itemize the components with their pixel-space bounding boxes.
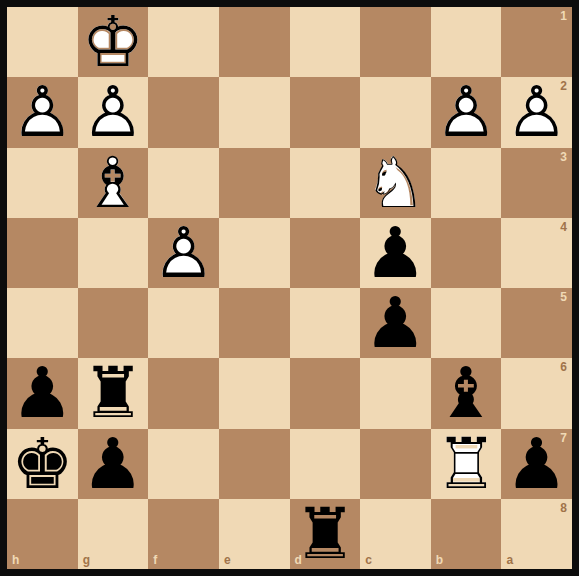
piece-black-pawn[interactable]: ♟ (360, 218, 431, 288)
square-g4[interactable] (78, 218, 149, 288)
square-c5[interactable]: ♟ (360, 288, 431, 358)
square-d3[interactable] (290, 148, 361, 218)
rank-label-1: 1 (560, 10, 567, 22)
square-h5[interactable] (7, 288, 78, 358)
square-b8[interactable]: b (431, 499, 502, 569)
white-pawn-icon: ♟ (78, 77, 149, 147)
square-h3[interactable] (7, 148, 78, 218)
square-a1[interactable]: 1 (501, 7, 572, 77)
square-b1[interactable] (431, 7, 502, 77)
piece-black-pawn[interactable]: ♟ (360, 288, 431, 358)
square-g2[interactable]: ♟♙ (78, 77, 149, 147)
square-a8[interactable]: a8 (501, 499, 572, 569)
square-f1[interactable] (148, 7, 219, 77)
piece-white-pawn[interactable]: ♟♙ (431, 77, 502, 147)
square-e5[interactable] (219, 288, 290, 358)
square-h1[interactable] (7, 7, 78, 77)
square-a4[interactable]: 4 (501, 218, 572, 288)
square-c1[interactable] (360, 7, 431, 77)
square-b5[interactable] (431, 288, 502, 358)
white-bishop-outline-icon: ♗ (78, 148, 149, 218)
rank-label-8: 8 (560, 502, 567, 514)
white-pawn-outline-icon: ♙ (148, 218, 219, 288)
file-label-a: a (506, 554, 513, 566)
square-h7[interactable]: ♚ (7, 429, 78, 499)
chess-board: ♚♔1♟♙♟♙♟♙2♟♙♝♗♞♘3♟♙♟4♟5♟♜♝6♚♟♜♖7♟hgfed♜c… (7, 7, 572, 569)
square-d6[interactable] (290, 358, 361, 428)
square-f3[interactable] (148, 148, 219, 218)
square-e1[interactable] (219, 7, 290, 77)
file-label-f: f (153, 554, 157, 566)
white-bishop-icon: ♝ (78, 148, 149, 218)
square-c2[interactable] (360, 77, 431, 147)
square-c3[interactable]: ♞♘ (360, 148, 431, 218)
white-king-outline-icon: ♔ (78, 7, 149, 77)
square-a3[interactable]: 3 (501, 148, 572, 218)
square-f8[interactable]: f (148, 499, 219, 569)
black-bishop-icon: ♝ (431, 358, 502, 428)
piece-white-pawn[interactable]: ♟♙ (501, 77, 572, 147)
white-pawn-outline-icon: ♙ (431, 77, 502, 147)
black-rook-icon: ♜ (78, 358, 149, 428)
white-pawn-outline-icon: ♙ (78, 77, 149, 147)
square-f7[interactable] (148, 429, 219, 499)
square-f4[interactable]: ♟♙ (148, 218, 219, 288)
piece-black-rook[interactable]: ♜ (78, 358, 149, 428)
square-d5[interactable] (290, 288, 361, 358)
square-d2[interactable] (290, 77, 361, 147)
white-rook-icon: ♜ (431, 429, 502, 499)
white-rook-outline-icon: ♖ (431, 429, 502, 499)
black-pawn-icon: ♟ (78, 429, 149, 499)
square-h2[interactable]: ♟♙ (7, 77, 78, 147)
black-king-icon: ♚ (7, 429, 78, 499)
piece-white-rook[interactable]: ♜♖ (431, 429, 502, 499)
square-d1[interactable] (290, 7, 361, 77)
piece-white-pawn[interactable]: ♟♙ (78, 77, 149, 147)
square-e8[interactable]: e (219, 499, 290, 569)
piece-black-rook[interactable]: ♜ (290, 499, 361, 569)
square-d4[interactable] (290, 218, 361, 288)
square-a2[interactable]: 2♟♙ (501, 77, 572, 147)
square-h4[interactable] (7, 218, 78, 288)
black-pawn-icon: ♟ (360, 218, 431, 288)
white-pawn-icon: ♟ (7, 77, 78, 147)
square-d7[interactable] (290, 429, 361, 499)
white-king-icon: ♚ (78, 7, 149, 77)
square-b4[interactable] (431, 218, 502, 288)
page-background: ♚♔1♟♙♟♙♟♙2♟♙♝♗♞♘3♟♙♟4♟5♟♜♝6♚♟♜♖7♟hgfed♜c… (0, 0, 579, 576)
piece-white-pawn[interactable]: ♟♙ (148, 218, 219, 288)
square-g8[interactable]: g (78, 499, 149, 569)
square-c4[interactable]: ♟ (360, 218, 431, 288)
square-e4[interactable] (219, 218, 290, 288)
square-a5[interactable]: 5 (501, 288, 572, 358)
square-f5[interactable] (148, 288, 219, 358)
square-f2[interactable] (148, 77, 219, 147)
black-rook-icon: ♜ (290, 499, 361, 569)
piece-black-pawn[interactable]: ♟ (501, 429, 572, 499)
black-pawn-icon: ♟ (501, 429, 572, 499)
square-c6[interactable] (360, 358, 431, 428)
square-g7[interactable]: ♟ (78, 429, 149, 499)
white-knight-outline-icon: ♘ (360, 148, 431, 218)
white-knight-icon: ♞ (360, 148, 431, 218)
square-c8[interactable]: c (360, 499, 431, 569)
square-g6[interactable]: ♜ (78, 358, 149, 428)
piece-white-king[interactable]: ♚♔ (78, 7, 149, 77)
square-e6[interactable] (219, 358, 290, 428)
piece-black-pawn[interactable]: ♟ (7, 358, 78, 428)
square-g5[interactable] (78, 288, 149, 358)
file-label-e: e (224, 554, 231, 566)
square-h6[interactable]: ♟ (7, 358, 78, 428)
black-pawn-icon: ♟ (360, 288, 431, 358)
white-pawn-icon: ♟ (431, 77, 502, 147)
piece-white-bishop[interactable]: ♝♗ (78, 148, 149, 218)
rank-label-4: 4 (560, 221, 567, 233)
file-label-b: b (436, 554, 443, 566)
square-f6[interactable] (148, 358, 219, 428)
piece-black-king[interactable]: ♚ (7, 429, 78, 499)
piece-black-pawn[interactable]: ♟ (78, 429, 149, 499)
white-pawn-outline-icon: ♙ (501, 77, 572, 147)
square-b3[interactable] (431, 148, 502, 218)
square-b7[interactable]: ♜♖ (431, 429, 502, 499)
white-pawn-icon: ♟ (148, 218, 219, 288)
square-a7[interactable]: 7♟ (501, 429, 572, 499)
square-d8[interactable]: d♜ (290, 499, 361, 569)
square-g1[interactable]: ♚♔ (78, 7, 149, 77)
piece-white-pawn[interactable]: ♟♙ (7, 77, 78, 147)
piece-black-bishop[interactable]: ♝ (431, 358, 502, 428)
white-pawn-icon: ♟ (501, 77, 572, 147)
rank-label-3: 3 (560, 151, 567, 163)
white-pawn-outline-icon: ♙ (7, 77, 78, 147)
square-b2[interactable]: ♟♙ (431, 77, 502, 147)
square-a6[interactable]: 6 (501, 358, 572, 428)
square-h8[interactable]: h (7, 499, 78, 569)
file-label-h: h (12, 554, 19, 566)
file-label-c: c (365, 554, 372, 566)
square-c7[interactable] (360, 429, 431, 499)
square-e7[interactable] (219, 429, 290, 499)
square-e3[interactable] (219, 148, 290, 218)
square-e2[interactable] (219, 77, 290, 147)
black-pawn-icon: ♟ (7, 358, 78, 428)
piece-white-knight[interactable]: ♞♘ (360, 148, 431, 218)
square-b6[interactable]: ♝ (431, 358, 502, 428)
file-label-g: g (83, 554, 90, 566)
rank-label-6: 6 (560, 361, 567, 373)
rank-label-5: 5 (560, 291, 567, 303)
square-g3[interactable]: ♝♗ (78, 148, 149, 218)
